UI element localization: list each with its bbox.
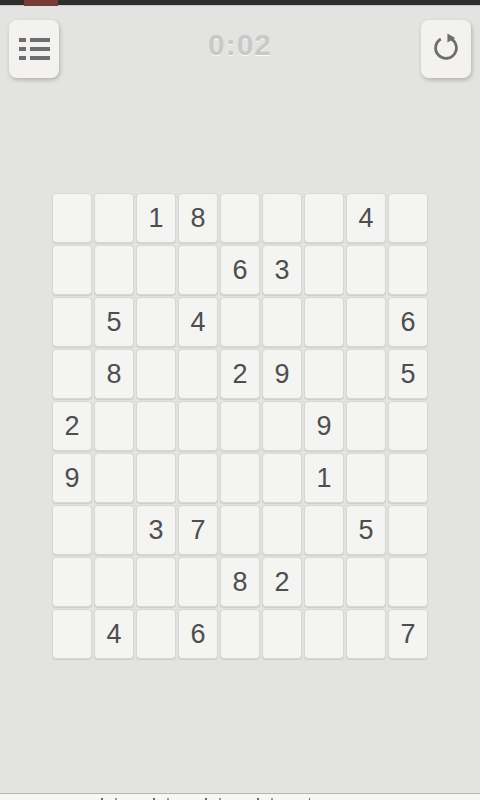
status-bar-red-segment [24, 0, 58, 6]
sudoku-cell[interactable] [388, 505, 428, 555]
sudoku-cell[interactable]: 1 [304, 453, 344, 503]
sudoku-cell[interactable] [52, 609, 92, 659]
sudoku-cell[interactable] [388, 557, 428, 607]
sudoku-cell[interactable] [94, 245, 134, 295]
sudoku-cell[interactable] [262, 297, 302, 347]
sudoku-cell[interactable] [346, 453, 386, 503]
sudoku-cell[interactable]: 7 [388, 609, 428, 659]
sudoku-cell[interactable] [220, 505, 260, 555]
sudoku-cell[interactable] [304, 297, 344, 347]
sudoku-cell[interactable] [346, 557, 386, 607]
sudoku-cell[interactable] [136, 297, 176, 347]
sudoku-cell[interactable] [304, 505, 344, 555]
sudoku-cell[interactable] [388, 245, 428, 295]
sudoku-cell[interactable] [52, 297, 92, 347]
sudoku-cell[interactable] [304, 557, 344, 607]
sudoku-cell[interactable]: 9 [262, 349, 302, 399]
sudoku-cell[interactable] [136, 401, 176, 451]
sudoku-cell[interactable]: 8 [94, 349, 134, 399]
sudoku-cell[interactable]: 9 [52, 453, 92, 503]
sudoku-cell[interactable] [52, 505, 92, 555]
sudoku-cell[interactable] [220, 297, 260, 347]
sudoku-cell[interactable]: 4 [94, 609, 134, 659]
sudoku-cell[interactable]: 5 [346, 505, 386, 555]
sudoku-cell[interactable] [304, 193, 344, 243]
sudoku-cell[interactable] [220, 193, 260, 243]
sudoku-cell[interactable] [304, 245, 344, 295]
sudoku-cell[interactable] [262, 453, 302, 503]
sudoku-cell[interactable] [136, 453, 176, 503]
sudoku-cell[interactable] [304, 609, 344, 659]
bottom-banner [0, 793, 480, 800]
sudoku-cell[interactable] [346, 401, 386, 451]
restart-icon [429, 30, 463, 68]
sudoku-cell[interactable]: 6 [388, 297, 428, 347]
sudoku-cell[interactable] [388, 401, 428, 451]
sudoku-cell[interactable] [52, 349, 92, 399]
sudoku-cell[interactable] [262, 401, 302, 451]
sudoku-cell[interactable] [262, 609, 302, 659]
sudoku-cell[interactable] [178, 401, 218, 451]
sudoku-cell[interactable] [94, 453, 134, 503]
game-timer: 0:02 [0, 28, 480, 62]
sudoku-cell[interactable]: 5 [388, 349, 428, 399]
sudoku-cell[interactable] [52, 557, 92, 607]
restart-button[interactable] [421, 20, 471, 78]
sudoku-cell[interactable]: 8 [220, 557, 260, 607]
sudoku-cell[interactable] [178, 245, 218, 295]
sudoku-cell[interactable] [262, 505, 302, 555]
sudoku-cell[interactable] [136, 245, 176, 295]
sudoku-cell[interactable] [388, 453, 428, 503]
sudoku-cell[interactable] [346, 349, 386, 399]
sudoku-cell[interactable] [262, 193, 302, 243]
sudoku-cell[interactable] [220, 401, 260, 451]
sudoku-board: 184635468295299137582467 [52, 193, 428, 659]
status-bar [0, 0, 480, 6]
sudoku-cell[interactable] [388, 193, 428, 243]
sudoku-cell[interactable]: 3 [262, 245, 302, 295]
sudoku-cell[interactable]: 3 [136, 505, 176, 555]
sudoku-cell[interactable] [52, 193, 92, 243]
sudoku-cell[interactable]: 6 [220, 245, 260, 295]
sudoku-cell[interactable]: 2 [220, 349, 260, 399]
sudoku-cell[interactable] [136, 609, 176, 659]
sudoku-cell[interactable]: 4 [178, 297, 218, 347]
sudoku-cell[interactable] [94, 401, 134, 451]
sudoku-cell[interactable] [220, 609, 260, 659]
sudoku-cell[interactable] [220, 453, 260, 503]
sudoku-cell[interactable] [346, 609, 386, 659]
sudoku-cell[interactable] [136, 557, 176, 607]
sudoku-cell[interactable]: 8 [178, 193, 218, 243]
sudoku-cell[interactable] [178, 557, 218, 607]
sudoku-cell[interactable] [178, 453, 218, 503]
sudoku-cell[interactable] [304, 349, 344, 399]
sudoku-cell[interactable] [346, 245, 386, 295]
sudoku-cell[interactable] [346, 297, 386, 347]
sudoku-cell[interactable] [52, 245, 92, 295]
sudoku-cell[interactable]: 7 [178, 505, 218, 555]
sudoku-cell[interactable] [94, 505, 134, 555]
sudoku-cell[interactable]: 1 [136, 193, 176, 243]
sudoku-cell[interactable]: 5 [94, 297, 134, 347]
sudoku-cell[interactable]: 9 [304, 401, 344, 451]
sudoku-cell[interactable] [178, 349, 218, 399]
sudoku-cell[interactable] [136, 349, 176, 399]
sudoku-cell[interactable] [94, 557, 134, 607]
sudoku-cell[interactable]: 6 [178, 609, 218, 659]
sudoku-cell[interactable] [94, 193, 134, 243]
sudoku-cell[interactable]: 4 [346, 193, 386, 243]
sudoku-cell[interactable]: 2 [52, 401, 92, 451]
sudoku-cell[interactable]: 2 [262, 557, 302, 607]
